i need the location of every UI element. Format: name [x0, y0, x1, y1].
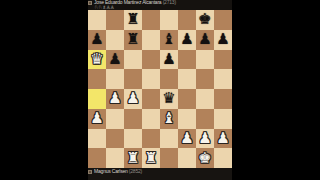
square-f3[interactable]: [178, 109, 196, 129]
video-frame: Jose Eduardo Martinez Alcantara (2713) ♘…: [0, 0, 320, 180]
square-f4[interactable]: [178, 89, 196, 109]
black-rook-c8: ♜: [126, 12, 139, 27]
square-e1[interactable]: [160, 148, 178, 168]
square-a7[interactable]: ♟: [88, 30, 106, 50]
square-g4[interactable]: [196, 89, 214, 109]
square-h1[interactable]: [214, 148, 232, 168]
player-bar-top: Jose Eduardo Martinez Alcantara (2713) ♘…: [88, 0, 232, 10]
square-a5[interactable]: [88, 69, 106, 89]
square-g8[interactable]: ♚: [196, 10, 214, 30]
square-g2[interactable]: ♟: [196, 129, 214, 149]
square-f6[interactable]: [178, 50, 196, 70]
square-a4[interactable]: [88, 89, 106, 109]
square-b5[interactable]: [106, 69, 124, 89]
square-e6[interactable]: ♟: [160, 50, 178, 70]
square-d5[interactable]: [142, 69, 160, 89]
top-player-rating: (2713): [163, 0, 176, 5]
white-pawn-b4: ♟: [108, 91, 121, 106]
square-f8[interactable]: [178, 10, 196, 30]
square-f7[interactable]: ♟: [178, 30, 196, 50]
white-pawn-h2: ♟: [216, 130, 229, 145]
square-h4[interactable]: [214, 89, 232, 109]
square-e4[interactable]: ♛: [160, 89, 178, 109]
black-rook-c7: ♜: [126, 32, 139, 47]
square-c7[interactable]: ♜: [124, 30, 142, 50]
square-b7[interactable]: [106, 30, 124, 50]
white-pawn-c4: ♟: [126, 91, 139, 106]
square-b3[interactable]: [106, 109, 124, 129]
square-a2[interactable]: [88, 129, 106, 149]
square-h8[interactable]: [214, 10, 232, 30]
black-queen-e4: ♛: [162, 91, 175, 106]
black-bishop-e7: ♝: [162, 32, 175, 47]
square-c5[interactable]: [124, 69, 142, 89]
square-d8[interactable]: [142, 10, 160, 30]
square-e8[interactable]: [160, 10, 178, 30]
white-rook-c1: ♜: [126, 150, 139, 165]
square-h6[interactable]: [214, 50, 232, 70]
square-b1[interactable]: [106, 148, 124, 168]
square-h5[interactable]: [214, 69, 232, 89]
white-rook-d1: ♜: [144, 150, 157, 165]
square-d7[interactable]: [142, 30, 160, 50]
square-d6[interactable]: [142, 50, 160, 70]
bottom-player-name-text: Magnus Carlsen: [94, 168, 128, 174]
square-e7[interactable]: ♝: [160, 30, 178, 50]
square-b8[interactable]: [106, 10, 124, 30]
bottom-player-avatar-icon: [88, 170, 92, 174]
square-d3[interactable]: [142, 109, 160, 129]
square-c3[interactable]: [124, 109, 142, 129]
square-d4[interactable]: [142, 89, 160, 109]
top-player-avatar-icon: [88, 1, 92, 5]
square-g3[interactable]: [196, 109, 214, 129]
black-pawn-e6: ♟: [162, 51, 175, 66]
white-queen-a6: ♛: [90, 51, 103, 66]
white-king-g1: ♚: [198, 150, 211, 165]
square-h3[interactable]: [214, 109, 232, 129]
white-pawn-g2: ♟: [198, 130, 211, 145]
player-bar-bottom: Magnus Carlsen (2852): [88, 168, 232, 180]
black-pawn-a7: ♟: [90, 32, 103, 47]
square-d1[interactable]: ♜: [142, 148, 160, 168]
square-g5[interactable]: [196, 69, 214, 89]
black-pawn-f7: ♟: [180, 32, 193, 47]
square-a1[interactable]: [88, 148, 106, 168]
black-king-g8: ♚: [198, 12, 211, 27]
square-e2[interactable]: [160, 129, 178, 149]
square-a8[interactable]: [88, 10, 106, 30]
square-g1[interactable]: ♚: [196, 148, 214, 168]
square-h2[interactable]: ♟: [214, 129, 232, 149]
square-b4[interactable]: ♟: [106, 89, 124, 109]
bottom-player-rating: (2852): [129, 168, 142, 174]
square-f1[interactable]: [178, 148, 196, 168]
bottom-player-name: Magnus Carlsen (2852): [94, 169, 142, 174]
white-pawn-f2: ♟: [180, 130, 193, 145]
square-f2[interactable]: ♟: [178, 129, 196, 149]
square-a3[interactable]: ♟: [88, 109, 106, 129]
square-f5[interactable]: [178, 69, 196, 89]
square-c6[interactable]: [124, 50, 142, 70]
black-pawn-g7: ♟: [198, 32, 211, 47]
black-pawn-h7: ♟: [216, 32, 229, 47]
square-c1[interactable]: ♜: [124, 148, 142, 168]
square-b2[interactable]: [106, 129, 124, 149]
square-g7[interactable]: ♟: [196, 30, 214, 50]
square-c4[interactable]: ♟: [124, 89, 142, 109]
chess-board: ♜♚♟♜♝♟♟♟♛♟♟♟♟♛♟♝♟♟♟♜♜♚: [88, 10, 232, 168]
square-b6[interactable]: ♟: [106, 50, 124, 70]
square-c8[interactable]: ♜: [124, 10, 142, 30]
square-e5[interactable]: [160, 69, 178, 89]
square-a6[interactable]: ♛: [88, 50, 106, 70]
square-d2[interactable]: [142, 129, 160, 149]
white-bishop-e3: ♝: [162, 111, 175, 126]
white-pawn-a3: ♟: [90, 111, 103, 126]
square-h7[interactable]: ♟: [214, 30, 232, 50]
square-g6[interactable]: [196, 50, 214, 70]
black-pawn-b6: ♟: [108, 51, 121, 66]
square-e3[interactable]: ♝: [160, 109, 178, 129]
square-c2[interactable]: [124, 129, 142, 149]
